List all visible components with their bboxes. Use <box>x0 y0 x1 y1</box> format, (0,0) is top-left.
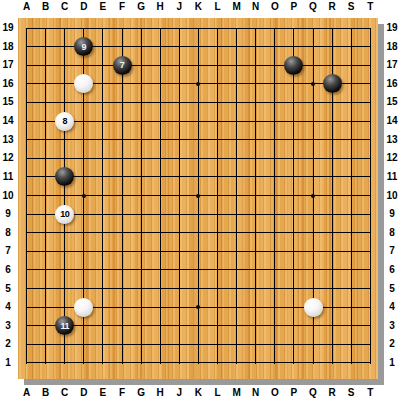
coord-label-top: F <box>113 1 132 13</box>
coord-label-right: 3 <box>384 320 400 332</box>
stone-white-D4 <box>74 298 93 317</box>
coord-label-bottom: R <box>323 387 342 399</box>
coord-label-right: 19 <box>384 22 400 34</box>
coord-label-bottom: H <box>151 387 170 399</box>
coord-label-top: M <box>227 1 246 13</box>
coord-label-left: 8 <box>0 227 16 239</box>
grid-line-horizontal <box>27 65 372 66</box>
star-point <box>196 82 200 86</box>
grid-line-horizontal <box>27 28 372 29</box>
stone-move-number: 7 <box>120 60 125 70</box>
grid-line-vertical <box>351 28 352 364</box>
coord-label-top: J <box>170 1 189 13</box>
star-point <box>82 194 86 198</box>
coord-label-right: 5 <box>384 283 400 295</box>
grid-line-horizontal <box>27 158 372 159</box>
stone-black-D18: 9 <box>74 37 93 56</box>
coord-label-left: 3 <box>0 320 16 332</box>
grid-line-vertical <box>45 28 46 364</box>
coord-label-right: 14 <box>384 115 400 127</box>
coord-label-bottom: K <box>189 387 208 399</box>
stone-black-F17: 7 <box>113 56 132 75</box>
stone-white-C14: 8 <box>55 112 74 131</box>
stone-move-number: 8 <box>62 116 67 126</box>
grid-line-vertical <box>217 28 218 364</box>
star-point <box>311 194 315 198</box>
coord-label-right: 6 <box>384 264 400 276</box>
stone-black-C3: 11 <box>55 316 74 335</box>
coord-label-left: 19 <box>0 22 16 34</box>
coord-label-bottom: B <box>36 387 55 399</box>
coord-label-bottom: G <box>132 387 151 399</box>
grid-line-vertical <box>160 28 161 364</box>
grid-line-vertical <box>293 28 294 364</box>
coord-label-bottom: C <box>55 387 74 399</box>
grid-line-horizontal <box>27 102 372 103</box>
grid-line-horizontal <box>27 139 372 140</box>
coord-label-right: 1 <box>384 357 400 369</box>
coord-label-top: S <box>342 1 361 13</box>
coord-label-right: 15 <box>384 96 400 108</box>
grid-line-vertical <box>274 28 275 364</box>
coord-label-left: 13 <box>0 134 16 146</box>
coord-label-left: 4 <box>0 301 16 313</box>
coord-label-top: D <box>74 1 93 13</box>
star-point <box>311 82 315 86</box>
grid-line-horizontal <box>27 269 372 270</box>
grid-line-horizontal <box>27 176 372 177</box>
stone-white-Q4 <box>304 298 323 317</box>
coord-label-right: 10 <box>384 190 400 202</box>
stone-move-number: 9 <box>82 42 87 52</box>
coord-label-bottom: O <box>265 387 284 399</box>
coord-label-bottom: J <box>170 387 189 399</box>
coord-label-top: C <box>55 1 74 13</box>
coord-label-bottom: D <box>74 387 93 399</box>
coord-label-left: 7 <box>0 245 16 257</box>
star-point <box>196 305 200 309</box>
coord-label-left: 17 <box>0 59 16 71</box>
grid-line-vertical <box>141 28 142 364</box>
coord-label-top: A <box>17 1 36 13</box>
coord-label-top: O <box>265 1 284 13</box>
coord-label-bottom: E <box>93 387 112 399</box>
coord-label-bottom: P <box>284 387 303 399</box>
coord-label-bottom: T <box>361 387 380 399</box>
coord-label-left: 10 <box>0 190 16 202</box>
coord-label-left: 18 <box>0 41 16 53</box>
coord-label-left: 12 <box>0 152 16 164</box>
coord-label-right: 13 <box>384 134 400 146</box>
coord-label-left: 1 <box>0 357 16 369</box>
coord-label-left: 11 <box>0 171 16 183</box>
star-point <box>196 194 200 198</box>
coord-label-right: 9 <box>384 208 400 220</box>
grid-line-vertical <box>122 28 123 364</box>
coord-label-right: 11 <box>384 171 400 183</box>
grid-line-horizontal <box>27 288 372 289</box>
coord-label-right: 8 <box>384 227 400 239</box>
grid-line-vertical <box>26 28 27 364</box>
grid-line-horizontal <box>27 251 372 252</box>
coord-label-bottom: L <box>208 387 227 399</box>
grid-line-vertical <box>370 28 371 364</box>
coord-label-top: L <box>208 1 227 13</box>
grid-line-horizontal <box>27 344 372 345</box>
grid-line-horizontal <box>27 362 372 363</box>
coord-label-right: 12 <box>384 152 400 164</box>
stone-black-R16 <box>323 74 342 93</box>
grid-line-vertical <box>102 28 103 364</box>
coord-label-top: P <box>284 1 303 13</box>
coord-label-left: 15 <box>0 96 16 108</box>
grid-line-vertical <box>255 28 256 364</box>
coord-label-left: 2 <box>0 338 16 350</box>
coord-label-right: 18 <box>384 41 400 53</box>
coord-label-bottom: M <box>227 387 246 399</box>
coord-label-right: 17 <box>384 59 400 71</box>
stone-move-number: 10 <box>60 209 69 219</box>
coord-label-top: N <box>246 1 265 13</box>
coord-label-bottom: Q <box>304 387 323 399</box>
stone-black-P17 <box>284 56 303 75</box>
coord-label-top: G <box>132 1 151 13</box>
grid-line-horizontal <box>27 232 372 233</box>
coord-label-top: R <box>323 1 342 13</box>
coord-label-top: K <box>189 1 208 13</box>
go-board-screenshot: 7891011 AABBCCDDEEFFGGHHJJKKLLMMNNOOPPQQ… <box>0 0 400 400</box>
stone-white-C9: 10 <box>55 205 74 224</box>
grid-line-horizontal <box>27 121 372 122</box>
coord-label-bottom: N <box>246 387 265 399</box>
coord-label-bottom: A <box>17 387 36 399</box>
stone-black-C11 <box>55 167 74 186</box>
grid-line-vertical <box>179 28 180 364</box>
coord-label-right: 7 <box>384 245 400 257</box>
stone-white-D16 <box>74 74 93 93</box>
coord-label-left: 9 <box>0 208 16 220</box>
coord-label-right: 4 <box>384 301 400 313</box>
coord-label-top: Q <box>304 1 323 13</box>
coord-label-left: 5 <box>0 283 16 295</box>
coord-label-top: T <box>361 1 380 13</box>
coord-label-top: B <box>36 1 55 13</box>
coord-label-right: 2 <box>384 338 400 350</box>
grid-line-horizontal <box>27 214 372 215</box>
coord-label-bottom: F <box>113 387 132 399</box>
coord-label-left: 14 <box>0 115 16 127</box>
coord-label-left: 6 <box>0 264 16 276</box>
grid-line-vertical <box>236 28 237 364</box>
grid-line-horizontal <box>27 325 372 326</box>
grid-line-vertical <box>64 28 65 364</box>
coord-label-top: E <box>93 1 112 13</box>
coord-label-right: 16 <box>384 78 400 90</box>
coord-label-bottom: S <box>342 387 361 399</box>
go-board[interactable]: 7891011 <box>18 18 378 379</box>
stone-move-number: 11 <box>60 321 69 331</box>
coord-label-left: 16 <box>0 78 16 90</box>
coord-label-top: H <box>151 1 170 13</box>
